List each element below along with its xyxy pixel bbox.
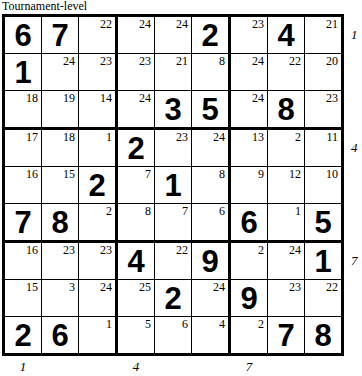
cell-r7c2[interactable]: 23: [42, 243, 79, 280]
note-number: 21: [176, 55, 188, 68]
note-number: 7: [145, 168, 151, 181]
note-number: 24: [63, 55, 75, 68]
cell-r5c8[interactable]: 12: [268, 167, 305, 204]
cell-r1c9[interactable]: 21: [305, 17, 341, 54]
note-number: 25: [139, 281, 151, 294]
note-number: 1: [106, 131, 112, 144]
cell-r4c2[interactable]: 18: [42, 130, 79, 167]
given-digit: 7: [5, 204, 41, 240]
note-number: 2: [258, 244, 264, 257]
given-digit: 4: [118, 243, 154, 279]
given-digit: 5: [305, 204, 341, 240]
cell-r3c5[interactable]: 3: [155, 91, 192, 130]
note-number: 24: [176, 18, 188, 31]
cell-r6c7[interactable]: 6: [231, 204, 268, 243]
cell-r7c5[interactable]: 22: [155, 243, 192, 280]
cell-r1c3[interactable]: 22: [79, 17, 118, 54]
given-digit: 2: [192, 17, 228, 53]
cell-r7c9[interactable]: 1: [305, 243, 341, 280]
note-number: 2: [258, 318, 264, 331]
note-number: 23: [139, 55, 151, 68]
cell-r5c6[interactable]: 8: [192, 167, 231, 204]
cell-r1c2[interactable]: 7: [42, 17, 79, 54]
cell-r7c6[interactable]: 9: [192, 243, 231, 280]
given-digit: 6: [231, 204, 267, 240]
note-number: 22: [326, 281, 338, 294]
given-digit: 9: [231, 280, 267, 316]
note-number: 23: [100, 244, 112, 257]
note-number: 23: [63, 244, 75, 257]
col-label-4: 4: [133, 359, 140, 375]
cell-r5c5[interactable]: 1: [155, 167, 192, 204]
note-number: 7: [182, 205, 188, 218]
cell-r9c8[interactable]: 7: [268, 317, 305, 353]
note-number: 23: [252, 18, 264, 31]
given-digit: 4: [268, 17, 304, 53]
cell-r8c6[interactable]: 24: [192, 280, 231, 317]
cell-r8c1[interactable]: 15: [5, 280, 42, 317]
note-number: 2: [295, 131, 301, 144]
note-number: 12: [289, 168, 301, 181]
cell-r4c8[interactable]: 2: [268, 130, 305, 167]
cell-r1c4[interactable]: 24: [118, 17, 155, 54]
given-digit: 6: [42, 317, 78, 353]
cell-r2c3[interactable]: 23: [79, 54, 118, 91]
cell-r3c7[interactable]: 24: [231, 91, 268, 130]
given-digit: 3: [155, 91, 191, 127]
cell-r3c4[interactable]: 24: [118, 91, 155, 130]
cell-r8c7[interactable]: 9: [231, 280, 268, 317]
cell-r4c5[interactable]: 23: [155, 130, 192, 167]
col-label-1: 1: [20, 359, 27, 375]
note-number: 4: [219, 318, 225, 331]
cell-r7c1[interactable]: 16: [5, 243, 42, 280]
given-digit: 7: [268, 317, 304, 353]
cell-r7c7[interactable]: 2: [231, 243, 268, 280]
note-number: 8: [219, 55, 225, 68]
cell-r7c8[interactable]: 24: [268, 243, 305, 280]
cell-r2c4[interactable]: 23: [118, 54, 155, 91]
note-number: 5: [145, 318, 151, 331]
note-number: 16: [26, 168, 38, 181]
cell-r8c2[interactable]: 3: [42, 280, 79, 317]
cell-r2c9[interactable]: 20: [305, 54, 341, 91]
note-number: 22: [176, 244, 188, 257]
cell-r1c8[interactable]: 4: [268, 17, 305, 54]
given-digit: 5: [192, 91, 228, 127]
cell-r8c5[interactable]: 2: [155, 280, 192, 317]
col-label-7: 7: [246, 359, 253, 375]
cell-r8c3[interactable]: 24: [79, 280, 118, 317]
cell-r1c1[interactable]: 6: [5, 17, 42, 54]
cell-r9c7[interactable]: 2: [231, 317, 268, 353]
note-number: 23: [289, 281, 301, 294]
note-number: 24: [213, 131, 225, 144]
note-number: 10: [326, 168, 338, 181]
cell-r2c6[interactable]: 8: [192, 54, 231, 91]
note-number: 24: [289, 244, 301, 257]
cell-r3c3[interactable]: 14: [79, 91, 118, 130]
note-number: 22: [289, 55, 301, 68]
given-digit: 8: [42, 204, 78, 240]
given-digit: 8: [305, 317, 341, 353]
cell-r6c4[interactable]: 8: [118, 204, 155, 243]
cell-r4c4[interactable]: 2: [118, 130, 155, 167]
cell-r5c3[interactable]: 2: [79, 167, 118, 204]
cell-r9c6[interactable]: 4: [192, 317, 231, 353]
given-digit: 8: [268, 91, 304, 127]
cell-r9c2[interactable]: 6: [42, 317, 79, 353]
cell-r6c8[interactable]: 1: [268, 204, 305, 243]
note-number: 23: [176, 131, 188, 144]
given-digit: 1: [5, 54, 41, 90]
note-number: 18: [26, 92, 38, 105]
given-digit: 2: [5, 317, 41, 353]
cell-r9c1[interactable]: 2: [5, 317, 42, 353]
row-label-7: 7: [351, 253, 358, 269]
given-digit: 2: [155, 280, 191, 316]
note-number: 23: [100, 55, 112, 68]
cell-r5c4[interactable]: 7: [118, 167, 155, 204]
note-number: 15: [26, 281, 38, 294]
cell-r2c1[interactable]: 1: [5, 54, 42, 91]
note-number: 9: [258, 168, 264, 181]
cell-r8c8[interactable]: 23: [268, 280, 305, 317]
note-number: 24: [139, 18, 151, 31]
note-number: 8: [145, 205, 151, 218]
given-digit: 6: [5, 17, 41, 53]
row-label-1: 1: [351, 27, 358, 43]
cell-r4c7[interactable]: 13: [231, 130, 268, 167]
cell-r3c8[interactable]: 8: [268, 91, 305, 130]
cell-r1c6[interactable]: 2: [192, 17, 231, 54]
cell-r4c6[interactable]: 24: [192, 130, 231, 167]
cell-r2c8[interactable]: 22: [268, 54, 305, 91]
cell-r2c2[interactable]: 24: [42, 54, 79, 91]
cell-r2c7[interactable]: 24: [231, 54, 268, 91]
note-number: 3: [69, 281, 75, 294]
note-number: 24: [252, 55, 264, 68]
note-number: 2: [106, 205, 112, 218]
note-number: 1: [106, 318, 112, 331]
note-number: 13: [252, 131, 264, 144]
given-digit: 2: [79, 167, 115, 203]
cell-r2c5[interactable]: 21: [155, 54, 192, 91]
cell-r8c9[interactable]: 22: [305, 280, 341, 317]
cell-r4c9[interactable]: 11: [305, 130, 341, 167]
cell-r8c4[interactable]: 25: [118, 280, 155, 317]
note-number: 8: [219, 168, 225, 181]
note-number: 18: [63, 131, 75, 144]
cell-r5c7[interactable]: 9: [231, 167, 268, 204]
cell-r9c3[interactable]: 1: [79, 317, 118, 353]
note-number: 19: [63, 92, 75, 105]
sudoku-board: 6722242422342112423232182422201819142435…: [2, 14, 344, 356]
note-number: 23: [326, 92, 338, 105]
cell-r6c3[interactable]: 2: [79, 204, 118, 243]
cell-r5c1[interactable]: 16: [5, 167, 42, 204]
cell-r1c5[interactable]: 24: [155, 17, 192, 54]
puzzle-title: Tournament-level: [2, 0, 87, 13]
cell-r9c5[interactable]: 6: [155, 317, 192, 353]
note-number: 24: [252, 92, 264, 105]
note-number: 16: [26, 244, 38, 257]
cell-r1c7[interactable]: 23: [231, 17, 268, 54]
board-area: Tournament-level 67222424223421124232321…: [0, 0, 362, 376]
cell-r4c1[interactable]: 17: [5, 130, 42, 167]
cell-r4c3[interactable]: 1: [79, 130, 118, 167]
given-digit: 1: [155, 167, 191, 203]
cell-r6c1[interactable]: 7: [5, 204, 42, 243]
cell-r6c2[interactable]: 8: [42, 204, 79, 243]
note-number: 21: [326, 18, 338, 31]
cell-r5c9[interactable]: 10: [305, 167, 341, 204]
note-number: 22: [100, 18, 112, 31]
note-number: 20: [326, 55, 338, 68]
cell-r3c9[interactable]: 23: [305, 91, 341, 130]
given-digit: 7: [42, 17, 78, 53]
cell-r9c9[interactable]: 8: [305, 317, 341, 353]
cell-r3c6[interactable]: 5: [192, 91, 231, 130]
given-digit: 1: [305, 243, 341, 279]
given-digit: 9: [192, 243, 228, 279]
cell-r6c9[interactable]: 5: [305, 204, 341, 243]
cell-r5c2[interactable]: 15: [42, 167, 79, 204]
cell-r7c4[interactable]: 4: [118, 243, 155, 280]
note-number: 6: [219, 205, 225, 218]
cell-r6c6[interactable]: 6: [192, 204, 231, 243]
note-number: 6: [182, 318, 188, 331]
cell-r3c1[interactable]: 18: [5, 91, 42, 130]
note-number: 14: [100, 92, 112, 105]
cell-r3c2[interactable]: 19: [42, 91, 79, 130]
note-number: 17: [26, 131, 38, 144]
note-number: 24: [100, 281, 112, 294]
note-number: 1: [295, 205, 301, 218]
cell-r7c3[interactable]: 23: [79, 243, 118, 280]
cell-r6c5[interactable]: 7: [155, 204, 192, 243]
note-number: 24: [139, 92, 151, 105]
note-number: 24: [213, 281, 225, 294]
given-digit: 2: [118, 130, 154, 166]
row-label-4: 4: [351, 140, 358, 156]
note-number: 15: [63, 168, 75, 181]
cell-r9c4[interactable]: 5: [118, 317, 155, 353]
note-number: 11: [326, 131, 338, 144]
